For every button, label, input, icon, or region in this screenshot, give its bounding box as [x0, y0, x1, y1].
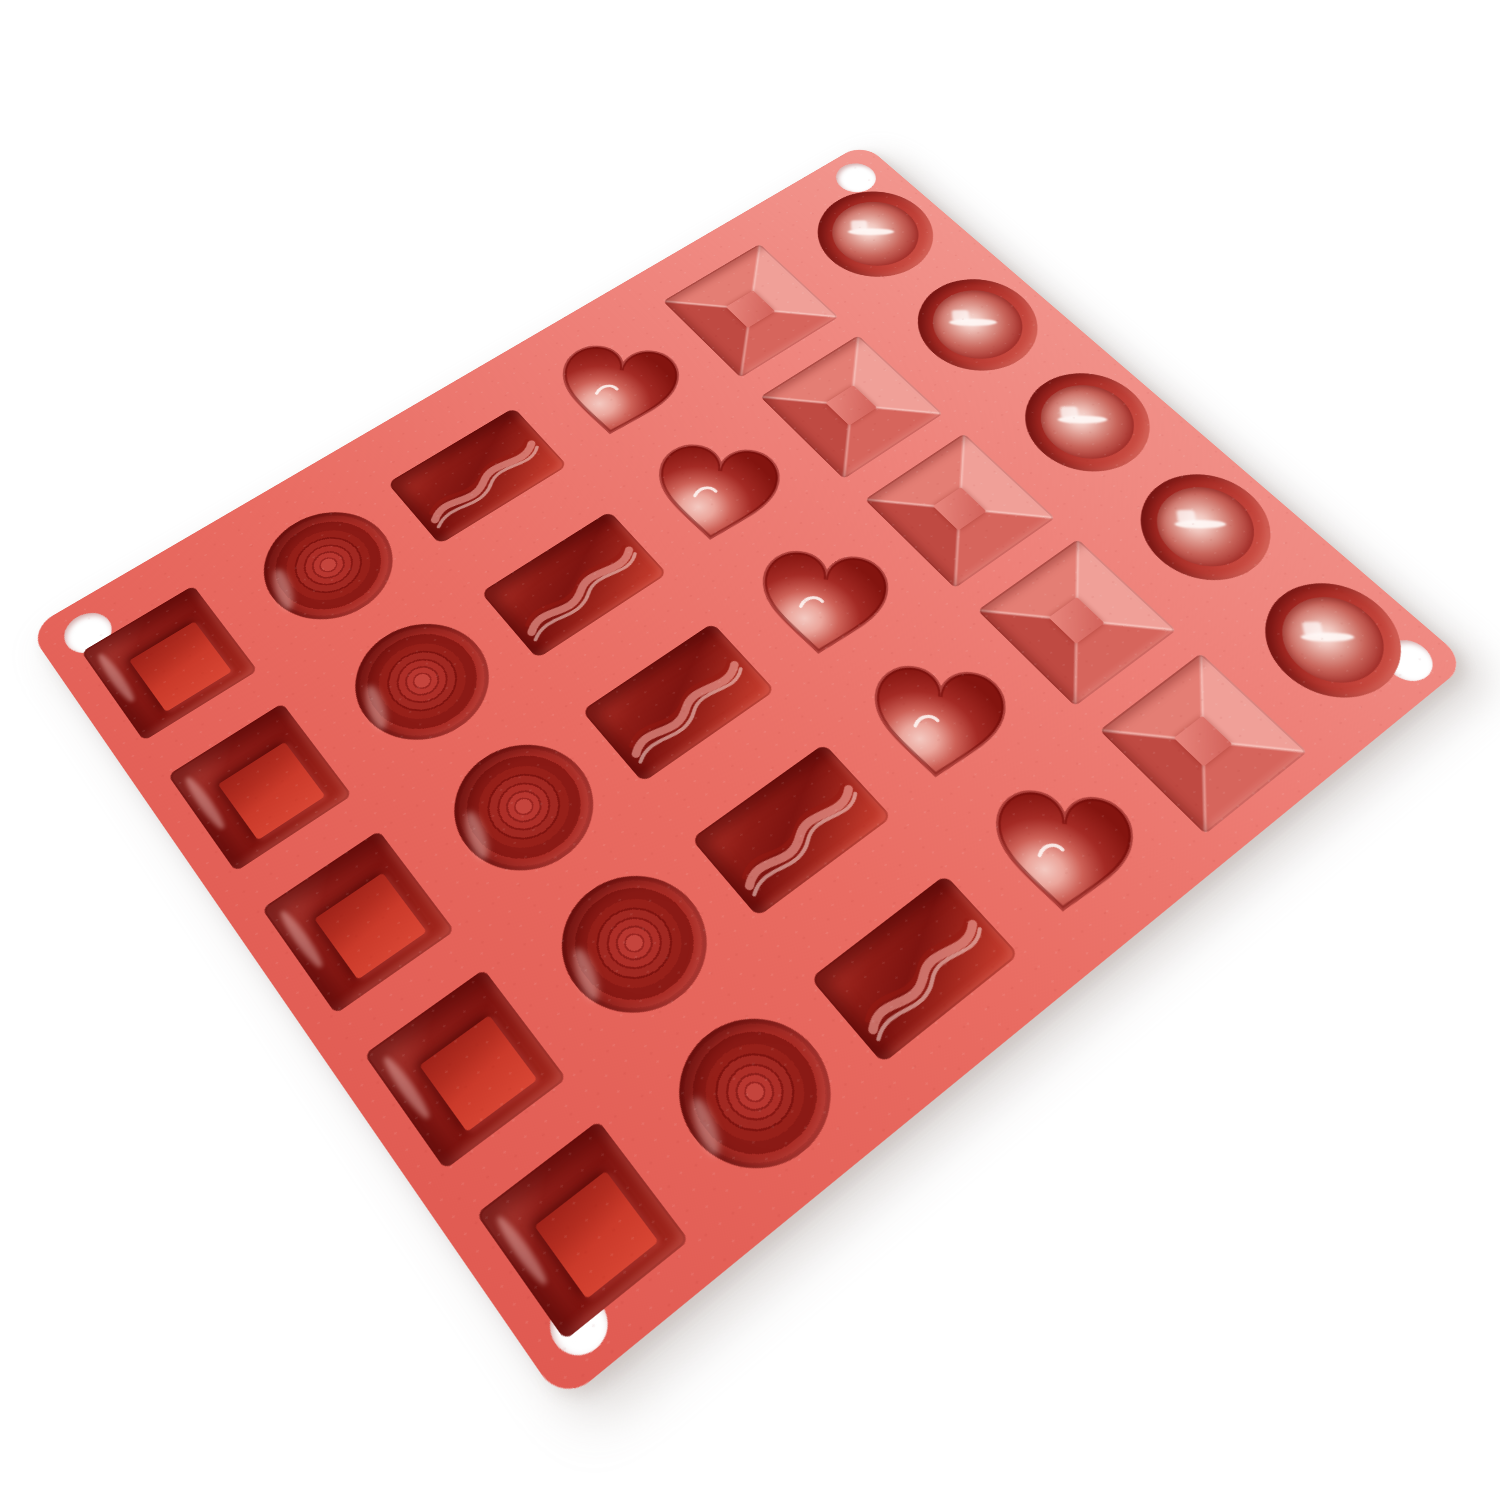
cavity-pyramid	[663, 244, 839, 378]
heart-shape	[642, 432, 790, 553]
heart-cavity-graphic	[544, 334, 690, 446]
photo-background	[0, 0, 1500, 1500]
cube-bottom-face	[535, 1171, 659, 1299]
cube-bottom-face	[218, 742, 325, 840]
cavity-square	[364, 969, 566, 1169]
heart-cavity-graphic	[986, 775, 1141, 929]
pyramid-bottom-face	[826, 385, 877, 425]
heart-shape	[861, 652, 1013, 793]
cavity-wave	[481, 511, 668, 659]
wave-highlight	[387, 408, 567, 545]
cavity-dome	[1000, 354, 1176, 492]
pyramid-bottom-face	[1049, 597, 1105, 644]
cavity-wave	[582, 623, 776, 783]
cavity-highlight	[687, 1095, 725, 1158]
cavity-dome	[893, 262, 1062, 390]
wave-highlight	[481, 511, 668, 659]
cavity-swirl	[428, 721, 621, 897]
cavity-square	[476, 1121, 689, 1341]
cavity-highlight	[270, 567, 297, 612]
cavity-highlight	[361, 683, 390, 732]
cube-bottom-face	[315, 872, 427, 979]
cavity-square	[81, 586, 257, 741]
pyramid-bottom-face	[933, 487, 986, 530]
specular-glint	[1060, 406, 1079, 418]
heart-cavity-graphic	[642, 432, 790, 553]
silicone-mold	[28, 143, 1468, 1404]
specular-glint	[851, 220, 868, 230]
heart-cavity-graphic	[747, 538, 897, 669]
cavity-highlight	[461, 809, 493, 862]
pyramid-bottom-face	[1174, 716, 1232, 767]
cavity-highlight	[569, 946, 604, 1004]
specular-glint	[1302, 622, 1323, 636]
cube-bottom-face	[420, 1015, 538, 1132]
heart-shape	[747, 538, 897, 669]
specular-glint	[951, 310, 969, 321]
wave-highlight	[582, 623, 776, 783]
cube-bottom-face	[129, 621, 231, 711]
cavity-swirl	[649, 990, 861, 1199]
cavity-dome	[1238, 561, 1429, 721]
heart-shape	[544, 334, 690, 446]
cavity-square	[262, 831, 455, 1014]
cavity-swirl	[240, 492, 417, 642]
cavity-wave	[387, 408, 567, 545]
heart-shape	[986, 775, 1141, 929]
pyramid-bottom-face	[726, 290, 775, 327]
cavity-dome	[794, 175, 956, 295]
cavity-swirl	[330, 602, 515, 764]
cavity-square	[168, 703, 352, 872]
specular-glint	[1176, 510, 1196, 523]
cavity-grid	[28, 143, 1468, 1404]
heart-cavity-graphic	[861, 652, 1013, 793]
cavity-swirl	[534, 850, 736, 1042]
cavity-dome	[1114, 454, 1297, 602]
